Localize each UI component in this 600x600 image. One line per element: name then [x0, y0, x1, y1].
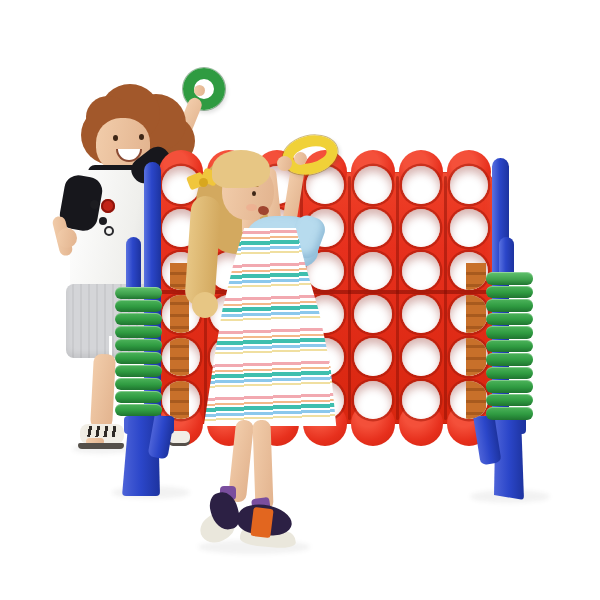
girl-hand — [294, 152, 307, 165]
girl-hand — [277, 156, 292, 171]
girl-shoe-orange-strap — [250, 507, 273, 538]
girl-pigtail — [184, 195, 222, 307]
hair-bow-knot — [199, 178, 208, 187]
girl-bangs — [212, 150, 270, 188]
girl-player — [0, 0, 600, 600]
yellow-ring-held-by-girl — [278, 130, 342, 180]
product-photo-scene — [0, 0, 600, 600]
girl-eye — [252, 191, 256, 196]
girl-pigtail-curl — [192, 292, 218, 318]
girl-striped-dress — [198, 228, 342, 426]
girl-cheek — [246, 204, 257, 211]
